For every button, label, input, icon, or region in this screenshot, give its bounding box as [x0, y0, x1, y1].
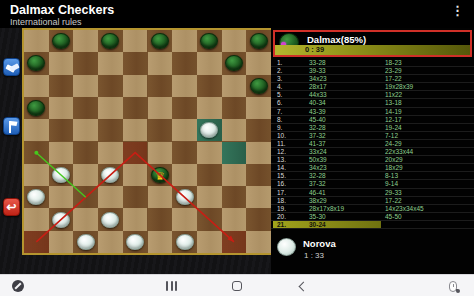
white-move: 39-33	[309, 67, 326, 75]
square-38[interactable]	[123, 186, 148, 208]
white-move: 45-40	[309, 116, 326, 124]
light-cell	[123, 164, 148, 186]
light-cell	[24, 75, 49, 97]
light-cell	[73, 30, 98, 52]
square-25[interactable]	[246, 119, 271, 141]
recents-icon[interactable]	[166, 281, 177, 291]
move-row[interactable]: 21.30-24	[271, 221, 474, 229]
white-move: 38x29	[309, 197, 327, 205]
square-19[interactable]	[172, 97, 197, 119]
move-row[interactable]: 2.39-3323-29	[271, 67, 474, 75]
move-number: 17.	[277, 189, 286, 197]
square-23[interactable]	[148, 119, 173, 141]
light-cell	[246, 142, 271, 164]
move-row[interactable]: 9.32-2819-24	[271, 124, 474, 132]
light-cell	[172, 75, 197, 97]
light-cell	[98, 142, 123, 164]
light-cell	[49, 186, 74, 208]
black-move: 19-24	[385, 124, 402, 132]
black-move: 11x22	[385, 91, 402, 99]
square-17[interactable]	[73, 97, 98, 119]
green-man-square-5[interactable]	[250, 33, 268, 49]
green-man-square-1[interactable]	[52, 33, 70, 49]
move-number: 13.	[277, 156, 286, 164]
light-cell	[246, 52, 271, 74]
move-row[interactable]: 15.32-288-13	[271, 172, 474, 180]
move-number: 6.	[277, 99, 282, 107]
status-circle-icon[interactable]	[12, 280, 24, 292]
square-35[interactable]	[246, 164, 271, 186]
move-row[interactable]: 4.28x1719x28x39	[271, 83, 474, 91]
square-42[interactable]	[98, 208, 123, 230]
light-cell	[148, 97, 173, 119]
light-cell	[197, 186, 222, 208]
white-man-square-32[interactable]	[101, 167, 119, 183]
move-row[interactable]: 7.43-3914-19	[271, 108, 474, 116]
light-cell	[246, 97, 271, 119]
black-move: 7-12	[385, 132, 398, 140]
white-move: 40-34	[309, 99, 326, 107]
move-row[interactable]: 17.46-4129-33	[271, 189, 474, 197]
move-number: 4.	[277, 83, 282, 91]
app-subtitle: International rules	[10, 17, 82, 27]
light-cell	[123, 119, 148, 141]
light-cell	[246, 231, 271, 253]
player-bottom-name: Norova	[303, 238, 336, 249]
square-32[interactable]	[98, 164, 123, 186]
white-move: 34x23	[309, 75, 327, 83]
light-cell	[172, 30, 197, 52]
square-47[interactable]	[73, 231, 98, 253]
light-cell	[148, 142, 173, 164]
black-move: 12-17	[385, 116, 402, 124]
white-move: 32-28	[309, 124, 326, 132]
light-cell	[24, 208, 49, 230]
square-29[interactable]	[172, 142, 197, 164]
light-cell	[73, 119, 98, 141]
white-man-square-42[interactable]	[101, 212, 119, 228]
undo-move-button[interactable]: ↩	[3, 198, 20, 216]
player-top-card: Dalmax(85%) 0 : 39	[273, 30, 472, 57]
white-man-square-48[interactable]	[126, 234, 144, 250]
move-row[interactable]: 12.33x2422x33x44	[271, 148, 474, 156]
square-16[interactable]	[24, 97, 49, 119]
light-cell	[98, 97, 123, 119]
app-screen: Dalmax Checkers International rules ⋮ ↩ …	[0, 0, 474, 296]
light-cell	[222, 119, 247, 141]
square-18[interactable]	[123, 97, 148, 119]
home-icon[interactable]	[232, 281, 242, 291]
white-move: 46-41	[309, 189, 326, 197]
black-move: 14x23x34x45	[385, 205, 424, 213]
square-43[interactable]	[148, 208, 173, 230]
white-man-square-49[interactable]	[176, 234, 194, 250]
king-crown-icon: ♛	[152, 169, 168, 183]
square-40[interactable]	[222, 186, 247, 208]
black-move: 9-14	[385, 180, 398, 188]
light-cell	[197, 231, 222, 253]
black-move: 18x29	[385, 164, 403, 172]
light-cell	[73, 164, 98, 186]
light-cell	[148, 231, 173, 253]
light-cell	[197, 52, 222, 74]
black-move: 8-13	[385, 172, 398, 180]
black-move: 22x33x44	[385, 148, 413, 156]
square-31[interactable]	[49, 164, 74, 186]
white-move: 43-39	[309, 108, 326, 116]
move-number: 10.	[277, 132, 286, 140]
move-number: 15.	[277, 172, 286, 180]
move-list[interactable]: 1.33-2818-232.39-3323-293.34x2317-224.28…	[271, 59, 474, 229]
white-move: 37-32	[309, 180, 326, 188]
white-move: 37-32	[309, 132, 326, 140]
light-cell	[24, 119, 49, 141]
square-34[interactable]	[197, 164, 222, 186]
white-man-square-47[interactable]	[77, 234, 95, 250]
green-man-square-2[interactable]	[101, 33, 119, 49]
green-man-square-16[interactable]	[27, 100, 45, 116]
square-30[interactable]	[222, 142, 247, 164]
light-cell	[49, 142, 74, 164]
black-move: 17-22	[385, 197, 402, 205]
move-number: 16.	[277, 180, 286, 188]
move-row[interactable]: 3.34x2317-22	[271, 75, 474, 83]
square-48[interactable]	[123, 231, 148, 253]
square-8[interactable]	[123, 52, 148, 74]
light-cell	[98, 186, 123, 208]
square-20[interactable]	[222, 97, 247, 119]
black-move: 20x29	[385, 156, 403, 164]
square-37[interactable]	[73, 186, 98, 208]
light-cell	[98, 231, 123, 253]
square-11[interactable]	[49, 75, 74, 97]
current-move-highlight	[273, 221, 381, 229]
light-cell	[148, 52, 173, 74]
white-man-square-41[interactable]	[52, 212, 70, 228]
white-move: 50x39	[309, 156, 327, 164]
square-26[interactable]	[24, 142, 49, 164]
light-cell	[172, 119, 197, 141]
move-number: 18.	[277, 197, 286, 205]
light-cell	[98, 52, 123, 74]
white-move: 41-37	[309, 140, 326, 148]
light-cell	[49, 52, 74, 74]
light-cell	[148, 186, 173, 208]
move-number: 7.	[277, 108, 282, 116]
move-row[interactable]: 18.38x2917-22	[271, 197, 474, 205]
handshake-icon	[4, 59, 19, 75]
move-number: 11.	[277, 140, 286, 148]
black-move: 19x28x39	[385, 83, 413, 91]
game-info-panel: Dalmax(85%) 0 : 39 1.33-2818-232.39-3323…	[271, 28, 474, 274]
offer-draw-button[interactable]	[3, 58, 20, 76]
white-man-square-39[interactable]	[176, 189, 194, 205]
square-4[interactable]	[197, 30, 222, 52]
move-row[interactable]: 10.37-327-12	[271, 132, 474, 140]
move-number: 19.	[277, 205, 286, 213]
move-row[interactable]: 13.50x3920x29	[271, 156, 474, 164]
android-nav-bar	[0, 274, 474, 296]
black-move: 45-50	[385, 213, 402, 221]
square-24[interactable]	[197, 119, 222, 141]
light-cell	[24, 164, 49, 186]
black-move: 14-19	[385, 108, 402, 116]
square-14[interactable]	[197, 75, 222, 97]
light-cell	[197, 142, 222, 164]
square-15[interactable]	[246, 75, 271, 97]
move-number: 21.	[277, 221, 286, 229]
light-cell	[246, 186, 271, 208]
square-36[interactable]	[24, 186, 49, 208]
square-49[interactable]	[172, 231, 197, 253]
top-app-bar: Dalmax Checkers International rules ⋮	[0, 0, 474, 28]
square-46[interactable]	[24, 231, 49, 253]
move-row[interactable]: 19.28x17x8x1914x23x34x45	[271, 205, 474, 213]
move-number: 20.	[277, 213, 286, 221]
square-41[interactable]	[49, 208, 74, 230]
light-cell	[123, 208, 148, 230]
light-cell	[49, 97, 74, 119]
overflow-menu-icon[interactable]: ⋮	[451, 3, 464, 18]
black-move: 18-23	[385, 59, 402, 67]
light-cell	[73, 75, 98, 97]
light-cell	[222, 75, 247, 97]
white-move: 28x17	[309, 83, 327, 91]
move-row[interactable]: 6.40-3413-18	[271, 99, 474, 107]
light-cell	[123, 75, 148, 97]
light-cell	[49, 231, 74, 253]
square-44[interactable]	[197, 208, 222, 230]
light-cell	[222, 30, 247, 52]
move-number: 14.	[277, 164, 286, 172]
app-title: Dalmax Checkers	[10, 3, 114, 17]
square-33[interactable]: ♛	[148, 164, 173, 186]
white-piece-icon	[277, 238, 296, 256]
mouse-cursor-icon[interactable]	[449, 281, 457, 292]
square-6[interactable]	[24, 52, 49, 74]
square-10[interactable]	[222, 52, 247, 74]
light-cell	[222, 208, 247, 230]
white-move: 35-30	[309, 213, 326, 221]
square-50[interactable]	[222, 231, 247, 253]
player-bottom-clock: 1 : 33	[304, 251, 324, 260]
square-12[interactable]	[98, 75, 123, 97]
light-cell	[24, 30, 49, 52]
white-man-square-24[interactable]	[200, 122, 218, 138]
white-move: 28x17x8x19	[309, 205, 344, 213]
green-man-square-4[interactable]	[200, 33, 218, 49]
white-move: 34x23	[309, 164, 327, 172]
move-row[interactable]: 1.33-2818-23	[271, 59, 474, 67]
move-row[interactable]: 14.34x2318x29	[271, 164, 474, 172]
light-cell	[123, 30, 148, 52]
move-number: 9.	[277, 124, 282, 132]
square-9[interactable]	[172, 52, 197, 74]
checkers-board[interactable]: ♛	[22, 28, 273, 255]
player-top-clock: 0 : 39	[305, 45, 324, 54]
move-number: 5.	[277, 91, 282, 99]
light-cell	[172, 164, 197, 186]
square-2[interactable]	[98, 30, 123, 52]
move-row[interactable]: 11.41-3724-29	[271, 140, 474, 148]
white-man-square-31[interactable]	[52, 167, 70, 183]
move-number: 12.	[277, 148, 286, 156]
move-number: 1.	[277, 59, 282, 67]
move-row[interactable]: 5.44x3311x22	[271, 91, 474, 99]
move-number: 3.	[277, 75, 282, 83]
light-cell	[73, 208, 98, 230]
black-move: 13-18	[385, 99, 402, 107]
player-bottom-card: Norova 1 : 33	[273, 236, 472, 266]
square-45[interactable]	[246, 208, 271, 230]
back-icon[interactable]	[299, 282, 309, 292]
move-number: 2.	[277, 67, 282, 75]
green-man-square-10[interactable]	[225, 55, 243, 71]
player-top-name: Dalmax(85%)	[307, 34, 366, 45]
square-13[interactable]	[148, 75, 173, 97]
white-move: 44x33	[309, 91, 327, 99]
green-man-square-6[interactable]	[27, 55, 45, 71]
black-move: 23-29	[385, 67, 402, 75]
square-21[interactable]	[49, 119, 74, 141]
black-move: 29-33	[385, 189, 402, 197]
square-3[interactable]	[148, 30, 173, 52]
player-top-timebar: 0 : 39	[275, 45, 470, 55]
white-flag-icon	[4, 118, 19, 134]
move-row[interactable]: 16.37-329-14	[271, 180, 474, 188]
square-1[interactable]	[49, 30, 74, 52]
green-king-square-33[interactable]: ♛	[151, 167, 169, 183]
white-move: 30-24	[309, 221, 326, 229]
white-move: 33x24	[309, 148, 327, 156]
green-man-square-3[interactable]	[151, 33, 169, 49]
square-28[interactable]	[123, 142, 148, 164]
resign-button[interactable]	[3, 117, 20, 135]
square-5[interactable]	[246, 30, 271, 52]
square-7[interactable]	[73, 52, 98, 74]
green-man-square-15[interactable]	[250, 78, 268, 94]
white-man-square-36[interactable]	[27, 189, 45, 205]
black-move: 17-22	[385, 75, 402, 83]
square-22[interactable]	[98, 119, 123, 141]
move-row[interactable]: 20.35-3045-50	[271, 213, 474, 221]
move-row[interactable]: 8.45-4012-17	[271, 116, 474, 124]
light-cell	[172, 208, 197, 230]
square-39[interactable]	[172, 186, 197, 208]
light-cell	[197, 97, 222, 119]
white-move: 32-28	[309, 172, 326, 180]
square-27[interactable]	[73, 142, 98, 164]
black-move: 24-29	[385, 140, 402, 148]
light-cell	[222, 164, 247, 186]
white-move: 33-28	[309, 59, 326, 67]
move-number: 8.	[277, 116, 282, 124]
undo-arrow-icon: ↩	[6, 201, 16, 213]
